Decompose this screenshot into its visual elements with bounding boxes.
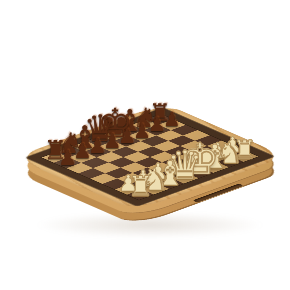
square-d3 <box>147 162 174 173</box>
square-h1 <box>231 151 258 162</box>
square-e2 <box>174 162 201 173</box>
square-c4 <box>120 162 147 173</box>
board-3d-wrapper <box>14 103 287 211</box>
square-a4 <box>90 173 117 184</box>
square-b1 <box>142 184 169 195</box>
square-b4 <box>105 168 132 179</box>
square-b5 <box>93 163 120 174</box>
square-e1 <box>186 167 213 178</box>
square-c1 <box>157 178 184 189</box>
chess-set-photo: ♜♞♝♛♚♝♞♜♟♟♟♟♟♟♟♟♟♟♟♟♟♟♟♟♜♞♝♛♚♝♞♜ <box>0 0 290 290</box>
square-b2 <box>130 178 157 189</box>
square-d4 <box>135 157 162 168</box>
square-a3 <box>103 179 130 190</box>
square-d1 <box>172 173 199 184</box>
